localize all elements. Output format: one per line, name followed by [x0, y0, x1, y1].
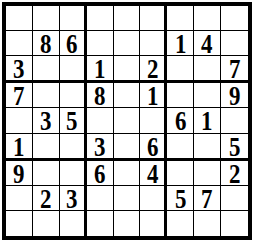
- cell-r8c3: 3: [60, 186, 87, 211]
- cell-r2c1[interactable]: [6, 31, 33, 56]
- given-digit: 5: [66, 109, 77, 133]
- cell-r1c2[interactable]: [33, 6, 60, 31]
- cell-r8c4[interactable]: [87, 186, 114, 211]
- cell-r4c7[interactable]: [167, 83, 194, 108]
- cell-r6c1: 1: [6, 134, 33, 161]
- cell-r4c9: 9: [221, 83, 248, 108]
- cell-r9c2[interactable]: [33, 211, 60, 236]
- given-digit: 1: [147, 84, 158, 108]
- given-digit: 5: [229, 135, 240, 159]
- cell-r6c4: 3: [87, 134, 114, 161]
- cell-r2c5[interactable]: [114, 31, 141, 56]
- cell-r1c9[interactable]: [221, 6, 248, 31]
- given-digit: 1: [201, 109, 212, 133]
- cell-r6c7[interactable]: [167, 134, 194, 161]
- cell-r6c6: 6: [140, 134, 167, 161]
- cell-r3c8[interactable]: [194, 56, 221, 83]
- cell-r5c9[interactable]: [221, 108, 248, 133]
- cell-r6c5[interactable]: [114, 134, 141, 161]
- cell-r9c3[interactable]: [60, 211, 87, 236]
- cell-r5c4[interactable]: [87, 108, 114, 133]
- given-digit: 5: [175, 187, 186, 211]
- cell-r4c6: 1: [140, 83, 167, 108]
- cell-r3c4: 1: [87, 56, 114, 83]
- cell-r7c8[interactable]: [194, 161, 221, 186]
- given-digit: 8: [94, 84, 105, 108]
- cell-r3c3[interactable]: [60, 56, 87, 83]
- given-digit: 6: [94, 162, 105, 186]
- given-digit: 8: [40, 32, 51, 56]
- given-digit: 1: [13, 135, 24, 159]
- cell-r7c3[interactable]: [60, 161, 87, 186]
- cell-r6c2[interactable]: [33, 134, 60, 161]
- cell-r7c7[interactable]: [167, 161, 194, 186]
- cell-r1c1[interactable]: [6, 6, 33, 31]
- cell-r9c9[interactable]: [221, 211, 248, 236]
- cell-r5c5[interactable]: [114, 108, 141, 133]
- cell-r3c7[interactable]: [167, 56, 194, 83]
- given-digit: 7: [13, 84, 24, 108]
- cell-r3c6: 2: [140, 56, 167, 83]
- given-digit: 1: [175, 32, 186, 56]
- cell-r8c6[interactable]: [140, 186, 167, 211]
- cell-r2c8: 4: [194, 31, 221, 56]
- cell-r6c8[interactable]: [194, 134, 221, 161]
- cell-r1c3[interactable]: [60, 6, 87, 31]
- cell-r3c9: 7: [221, 56, 248, 83]
- cell-r9c5[interactable]: [114, 211, 141, 236]
- cell-r7c9: 2: [221, 161, 248, 186]
- cell-r9c6[interactable]: [140, 211, 167, 236]
- cell-r1c5[interactable]: [114, 6, 141, 31]
- cell-r7c2[interactable]: [33, 161, 60, 186]
- cell-r7c4: 6: [87, 161, 114, 186]
- given-digit: 3: [40, 109, 51, 133]
- cell-r1c6[interactable]: [140, 6, 167, 31]
- cell-r7c6: 4: [140, 161, 167, 186]
- given-digit: 6: [147, 135, 158, 159]
- cell-r8c8: 7: [194, 186, 221, 211]
- cell-r4c8[interactable]: [194, 83, 221, 108]
- cell-r4c1: 7: [6, 83, 33, 108]
- cell-r9c8[interactable]: [194, 211, 221, 236]
- cell-r5c8: 1: [194, 108, 221, 133]
- cell-r3c1: 3: [6, 56, 33, 83]
- given-digit: 4: [201, 32, 212, 56]
- cell-r3c5[interactable]: [114, 56, 141, 83]
- given-digit: 7: [229, 57, 240, 81]
- given-digit: 9: [13, 162, 24, 186]
- cell-r4c5[interactable]: [114, 83, 141, 108]
- cell-r8c2: 2: [33, 186, 60, 211]
- given-digit: 2: [229, 162, 240, 186]
- cell-r2c6[interactable]: [140, 31, 167, 56]
- given-digit: 6: [175, 109, 186, 133]
- cell-r1c4[interactable]: [87, 6, 114, 31]
- cell-r4c2[interactable]: [33, 83, 60, 108]
- cell-r4c3[interactable]: [60, 83, 87, 108]
- given-digit: 7: [201, 187, 212, 211]
- cell-r8c5[interactable]: [114, 186, 141, 211]
- given-digit: 2: [40, 187, 51, 211]
- cell-r5c6[interactable]: [140, 108, 167, 133]
- given-digit: 4: [147, 162, 158, 186]
- cell-r6c3[interactable]: [60, 134, 87, 161]
- cell-r9c1[interactable]: [6, 211, 33, 236]
- cell-r3c2[interactable]: [33, 56, 60, 83]
- cell-r6c9: 5: [221, 134, 248, 161]
- cell-r2c7: 1: [167, 31, 194, 56]
- cell-r1c8[interactable]: [194, 6, 221, 31]
- cell-r9c4[interactable]: [87, 211, 114, 236]
- cell-r5c2: 3: [33, 108, 60, 133]
- cell-r7c1: 9: [6, 161, 33, 186]
- given-digit: 1: [94, 57, 105, 81]
- given-digit: 6: [66, 32, 77, 56]
- cell-r8c9[interactable]: [221, 186, 248, 211]
- cell-r5c7: 6: [167, 108, 194, 133]
- cell-r4c4: 8: [87, 83, 114, 108]
- cell-r7c5[interactable]: [114, 161, 141, 186]
- given-digit: 3: [94, 135, 105, 159]
- given-digit: 9: [229, 84, 240, 108]
- given-digit: 2: [147, 57, 158, 81]
- cell-r2c4[interactable]: [87, 31, 114, 56]
- cell-r5c1[interactable]: [6, 108, 33, 133]
- sudoku-board: 8614312778193561136596422357: [2, 2, 252, 240]
- given-digit: 3: [13, 57, 24, 81]
- cell-r9c7[interactable]: [167, 211, 194, 236]
- given-digit: 3: [66, 187, 77, 211]
- cell-r2c2: 8: [33, 31, 60, 56]
- cell-r5c3: 5: [60, 108, 87, 133]
- cell-r8c7: 5: [167, 186, 194, 211]
- cell-r2c3: 6: [60, 31, 87, 56]
- cell-r8c1[interactable]: [6, 186, 33, 211]
- cell-r2c9[interactable]: [221, 31, 248, 56]
- cell-r1c7[interactable]: [167, 6, 194, 31]
